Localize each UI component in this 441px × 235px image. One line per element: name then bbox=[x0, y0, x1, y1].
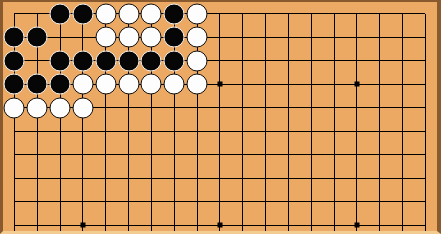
intersection-5-3[interactable]: ● bbox=[94, 49, 117, 73]
intersection-1-7[interactable] bbox=[3, 143, 26, 167]
black-stone: ● bbox=[50, 74, 71, 95]
intersection-18-4[interactable] bbox=[391, 73, 414, 97]
intersection-6-2[interactable]: ○ bbox=[117, 26, 140, 50]
intersection-7-7[interactable] bbox=[140, 143, 163, 167]
intersection-16-9[interactable] bbox=[345, 190, 368, 214]
intersection-7-1[interactable]: ○ bbox=[140, 2, 163, 26]
intersection-15-4[interactable] bbox=[323, 73, 346, 97]
intersection-9-9[interactable] bbox=[186, 190, 209, 214]
black-stone: ● bbox=[164, 3, 185, 24]
black-stone: ● bbox=[50, 50, 71, 71]
intersection-11-10[interactable] bbox=[231, 214, 254, 235]
intersection-5-8[interactable] bbox=[94, 167, 117, 191]
intersection-11-8[interactable] bbox=[231, 167, 254, 191]
intersection-9-8[interactable] bbox=[186, 167, 209, 191]
intersection-6-7[interactable] bbox=[117, 143, 140, 167]
intersection-13-1[interactable] bbox=[277, 2, 300, 26]
white-stone: ○ bbox=[187, 3, 208, 24]
intersection-13-8[interactable] bbox=[277, 167, 300, 191]
white-stone: ○ bbox=[50, 97, 71, 118]
intersection-11-1[interactable] bbox=[231, 2, 254, 26]
intersection-11-3[interactable] bbox=[231, 49, 254, 73]
white-stone: ○ bbox=[118, 3, 139, 24]
intersection-1-1[interactable] bbox=[3, 2, 26, 26]
intersection-17-10[interactable] bbox=[368, 214, 391, 235]
intersection-12-3[interactable] bbox=[254, 49, 277, 73]
intersection-3-10[interactable] bbox=[49, 214, 72, 235]
intersection-10-9[interactable] bbox=[208, 190, 231, 214]
intersection-19-1[interactable] bbox=[414, 2, 437, 26]
intersection-10-2[interactable] bbox=[208, 26, 231, 50]
intersection-8-8[interactable] bbox=[163, 167, 186, 191]
white-stone: ○ bbox=[141, 27, 162, 48]
white-stone: ○ bbox=[164, 74, 185, 95]
intersection-2-7[interactable] bbox=[26, 143, 49, 167]
intersection-2-8[interactable] bbox=[26, 167, 49, 191]
intersection-12-9[interactable] bbox=[254, 190, 277, 214]
intersection-3-5[interactable]: ○ bbox=[49, 96, 72, 120]
intersection-12-8[interactable] bbox=[254, 167, 277, 191]
intersection-14-9[interactable] bbox=[300, 190, 323, 214]
white-stone: ○ bbox=[95, 74, 116, 95]
intersection-17-6[interactable] bbox=[368, 120, 391, 144]
star-point bbox=[80, 223, 85, 228]
intersection-11-4[interactable] bbox=[231, 73, 254, 97]
intersection-18-9[interactable] bbox=[391, 190, 414, 214]
intersection-14-2[interactable] bbox=[300, 26, 323, 50]
intersection-8-6[interactable] bbox=[163, 120, 186, 144]
intersection-3-6[interactable] bbox=[49, 120, 72, 144]
black-stone: ● bbox=[50, 3, 71, 24]
intersection-6-3[interactable]: ● bbox=[117, 49, 140, 73]
intersection-12-5[interactable] bbox=[254, 96, 277, 120]
intersection-11-5[interactable] bbox=[231, 96, 254, 120]
intersection-11-7[interactable] bbox=[231, 143, 254, 167]
intersection-4-8[interactable] bbox=[71, 167, 94, 191]
intersection-17-4[interactable] bbox=[368, 73, 391, 97]
white-stone: ○ bbox=[27, 97, 48, 118]
intersection-4-10[interactable] bbox=[71, 214, 94, 235]
intersection-5-9[interactable] bbox=[94, 190, 117, 214]
intersection-8-10[interactable] bbox=[163, 214, 186, 235]
intersection-7-5[interactable] bbox=[140, 96, 163, 120]
intersection-16-5[interactable] bbox=[345, 96, 368, 120]
white-stone: ○ bbox=[95, 3, 116, 24]
intersection-5-10[interactable] bbox=[94, 214, 117, 235]
intersection-5-1[interactable]: ○ bbox=[94, 2, 117, 26]
intersection-13-5[interactable] bbox=[277, 96, 300, 120]
intersection-4-2[interactable] bbox=[71, 26, 94, 50]
intersection-19-9[interactable] bbox=[414, 190, 437, 214]
white-stone: ○ bbox=[118, 27, 139, 48]
intersection-2-6[interactable] bbox=[26, 120, 49, 144]
intersection-13-2[interactable] bbox=[277, 26, 300, 50]
intersection-8-2[interactable]: ● bbox=[163, 26, 186, 50]
intersection-4-3[interactable]: ● bbox=[71, 49, 94, 73]
intersection-10-1[interactable] bbox=[208, 2, 231, 26]
intersection-15-2[interactable] bbox=[323, 26, 346, 50]
black-stone: ● bbox=[4, 50, 25, 71]
intersection-7-2[interactable]: ○ bbox=[140, 26, 163, 50]
intersection-10-6[interactable] bbox=[208, 120, 231, 144]
intersection-10-7[interactable] bbox=[208, 143, 231, 167]
intersection-5-5[interactable] bbox=[94, 96, 117, 120]
black-stone: ● bbox=[72, 3, 93, 24]
intersection-10-10[interactable] bbox=[208, 214, 231, 235]
black-stone: ● bbox=[27, 27, 48, 48]
intersection-17-3[interactable] bbox=[368, 49, 391, 73]
intersection-1-5[interactable]: ○ bbox=[3, 96, 26, 120]
intersection-17-5[interactable] bbox=[368, 96, 391, 120]
intersection-13-3[interactable] bbox=[277, 49, 300, 73]
intersection-6-9[interactable] bbox=[117, 190, 140, 214]
intersection-9-1[interactable]: ○ bbox=[186, 2, 209, 26]
intersection-14-1[interactable] bbox=[300, 2, 323, 26]
intersection-17-2[interactable] bbox=[368, 26, 391, 50]
black-stone: ● bbox=[95, 50, 116, 71]
intersection-16-6[interactable] bbox=[345, 120, 368, 144]
intersection-9-5[interactable] bbox=[186, 96, 209, 120]
intersection-2-1[interactable] bbox=[26, 2, 49, 26]
intersection-6-5[interactable] bbox=[117, 96, 140, 120]
black-stone: ● bbox=[164, 27, 185, 48]
intersection-1-3[interactable]: ● bbox=[3, 49, 26, 73]
intersection-14-4[interactable] bbox=[300, 73, 323, 97]
intersection-7-4[interactable]: ○ bbox=[140, 73, 163, 97]
intersection-19-3[interactable] bbox=[414, 49, 437, 73]
intersection-18-7[interactable] bbox=[391, 143, 414, 167]
white-stone: ○ bbox=[187, 50, 208, 71]
intersection-14-8[interactable] bbox=[300, 167, 323, 191]
intersection-10-3[interactable] bbox=[208, 49, 231, 73]
intersection-2-9[interactable] bbox=[26, 190, 49, 214]
intersection-5-6[interactable] bbox=[94, 120, 117, 144]
black-stone: ● bbox=[4, 27, 25, 48]
intersection-10-8[interactable] bbox=[208, 167, 231, 191]
intersection-9-2[interactable]: ○ bbox=[186, 26, 209, 50]
intersection-5-2[interactable]: ○ bbox=[94, 26, 117, 50]
intersection-13-6[interactable] bbox=[277, 120, 300, 144]
intersection-2-5[interactable]: ○ bbox=[26, 96, 49, 120]
intersection-18-3[interactable] bbox=[391, 49, 414, 73]
intersection-12-4[interactable] bbox=[254, 73, 277, 97]
intersection-12-10[interactable] bbox=[254, 214, 277, 235]
intersection-8-1[interactable]: ● bbox=[163, 2, 186, 26]
intersection-4-6[interactable] bbox=[71, 120, 94, 144]
intersection-3-7[interactable] bbox=[49, 143, 72, 167]
intersection-19-4[interactable] bbox=[414, 73, 437, 97]
intersection-15-9[interactable] bbox=[323, 190, 346, 214]
intersection-19-7[interactable] bbox=[414, 143, 437, 167]
intersection-8-9[interactable] bbox=[163, 190, 186, 214]
intersection-11-9[interactable] bbox=[231, 190, 254, 214]
intersection-1-2[interactable]: ● bbox=[3, 26, 26, 50]
intersection-6-1[interactable]: ○ bbox=[117, 2, 140, 26]
intersection-16-7[interactable] bbox=[345, 143, 368, 167]
intersection-5-4[interactable]: ○ bbox=[94, 73, 117, 97]
intersection-2-10[interactable] bbox=[26, 214, 49, 235]
black-stone: ● bbox=[164, 50, 185, 71]
intersection-6-8[interactable] bbox=[117, 167, 140, 191]
white-stone: ○ bbox=[187, 27, 208, 48]
intersection-17-7[interactable] bbox=[368, 143, 391, 167]
intersection-9-7[interactable] bbox=[186, 143, 209, 167]
white-stone: ○ bbox=[118, 74, 139, 95]
black-stone: ● bbox=[27, 74, 48, 95]
intersection-7-9[interactable] bbox=[140, 190, 163, 214]
intersection-11-6[interactable] bbox=[231, 120, 254, 144]
intersection-12-7[interactable] bbox=[254, 143, 277, 167]
intersection-8-3[interactable]: ● bbox=[163, 49, 186, 73]
intersection-1-6[interactable] bbox=[3, 120, 26, 144]
intersection-9-3[interactable]: ○ bbox=[186, 49, 209, 73]
intersection-16-3[interactable] bbox=[345, 49, 368, 73]
black-stone: ● bbox=[4, 74, 25, 95]
intersection-13-10[interactable] bbox=[277, 214, 300, 235]
intersection-17-9[interactable] bbox=[368, 190, 391, 214]
intersection-12-2[interactable] bbox=[254, 26, 277, 50]
intersection-6-4[interactable]: ○ bbox=[117, 73, 140, 97]
black-stone: ● bbox=[72, 50, 93, 71]
intersection-4-7[interactable] bbox=[71, 143, 94, 167]
intersection-1-8[interactable] bbox=[3, 167, 26, 191]
intersection-14-7[interactable] bbox=[300, 143, 323, 167]
white-stone: ○ bbox=[72, 97, 93, 118]
intersection-9-4[interactable]: ○ bbox=[186, 73, 209, 97]
intersection-6-6[interactable] bbox=[117, 120, 140, 144]
intersection-15-7[interactable] bbox=[323, 143, 346, 167]
intersection-19-5[interactable] bbox=[414, 96, 437, 120]
intersection-3-8[interactable] bbox=[49, 167, 72, 191]
intersection-1-10[interactable] bbox=[3, 214, 26, 235]
star-point bbox=[217, 223, 222, 228]
intersection-2-4[interactable]: ● bbox=[26, 73, 49, 97]
intersection-11-2[interactable] bbox=[231, 26, 254, 50]
intersection-15-1[interactable] bbox=[323, 2, 346, 26]
intersection-2-2[interactable]: ● bbox=[26, 26, 49, 50]
intersection-13-7[interactable] bbox=[277, 143, 300, 167]
intersection-4-5[interactable]: ○ bbox=[71, 96, 94, 120]
intersection-7-3[interactable]: ● bbox=[140, 49, 163, 73]
intersection-1-4[interactable]: ● bbox=[3, 73, 26, 97]
intersection-10-4[interactable] bbox=[208, 73, 231, 97]
intersection-14-6[interactable] bbox=[300, 120, 323, 144]
white-stone: ○ bbox=[187, 74, 208, 95]
intersection-2-3[interactable] bbox=[26, 49, 49, 73]
intersection-8-5[interactable] bbox=[163, 96, 186, 120]
intersection-12-6[interactable] bbox=[254, 120, 277, 144]
intersection-13-4[interactable] bbox=[277, 73, 300, 97]
intersection-7-6[interactable] bbox=[140, 120, 163, 144]
intersection-9-10[interactable] bbox=[186, 214, 209, 235]
intersection-3-3[interactable]: ● bbox=[49, 49, 72, 73]
intersection-13-9[interactable] bbox=[277, 190, 300, 214]
intersection-3-1[interactable]: ● bbox=[49, 2, 72, 26]
intersection-18-8[interactable] bbox=[391, 167, 414, 191]
intersection-1-9[interactable] bbox=[3, 190, 26, 214]
intersection-4-4[interactable]: ○ bbox=[71, 73, 94, 97]
white-stone: ○ bbox=[141, 3, 162, 24]
intersection-19-8[interactable] bbox=[414, 167, 437, 191]
intersection-14-5[interactable] bbox=[300, 96, 323, 120]
intersection-19-2[interactable] bbox=[414, 26, 437, 50]
intersection-9-6[interactable] bbox=[186, 120, 209, 144]
intersection-12-1[interactable] bbox=[254, 2, 277, 26]
intersection-3-9[interactable] bbox=[49, 190, 72, 214]
intersection-15-10[interactable] bbox=[323, 214, 346, 235]
intersection-3-4[interactable]: ● bbox=[49, 73, 72, 97]
black-stone: ● bbox=[118, 50, 139, 71]
white-stone: ○ bbox=[72, 74, 93, 95]
intersection-18-5[interactable] bbox=[391, 96, 414, 120]
intersection-18-2[interactable] bbox=[391, 26, 414, 50]
intersection-19-6[interactable] bbox=[414, 120, 437, 144]
white-stone: ○ bbox=[4, 97, 25, 118]
intersection-16-8[interactable] bbox=[345, 167, 368, 191]
intersection-4-9[interactable] bbox=[71, 190, 94, 214]
black-stone: ● bbox=[141, 50, 162, 71]
white-stone: ○ bbox=[95, 27, 116, 48]
intersection-17-1[interactable] bbox=[368, 2, 391, 26]
intersection-16-10[interactable] bbox=[345, 214, 368, 235]
intersection-7-10[interactable] bbox=[140, 214, 163, 235]
intersection-8-4[interactable]: ○ bbox=[163, 73, 186, 97]
intersection-7-8[interactable] bbox=[140, 167, 163, 191]
intersection-16-1[interactable] bbox=[345, 2, 368, 26]
intersection-18-6[interactable] bbox=[391, 120, 414, 144]
intersection-18-10[interactable] bbox=[391, 214, 414, 235]
intersection-5-7[interactable] bbox=[94, 143, 117, 167]
intersection-18-1[interactable] bbox=[391, 2, 414, 26]
go-board: ●●○○○●○●●○○○●○●●●●●●●○●●●○○○○○○○○○○ bbox=[0, 0, 441, 234]
intersection-3-2[interactable] bbox=[49, 26, 72, 50]
intersection-15-3[interactable] bbox=[323, 49, 346, 73]
intersection-16-4[interactable] bbox=[345, 73, 368, 97]
star-point bbox=[354, 82, 359, 87]
intersection-4-1[interactable]: ● bbox=[71, 2, 94, 26]
intersection-8-7[interactable] bbox=[163, 143, 186, 167]
intersection-19-10[interactable] bbox=[414, 214, 437, 235]
white-stone: ○ bbox=[141, 74, 162, 95]
intersection-14-10[interactable] bbox=[300, 214, 323, 235]
intersection-6-10[interactable] bbox=[117, 214, 140, 235]
intersection-14-3[interactable] bbox=[300, 49, 323, 73]
star-point bbox=[354, 223, 359, 228]
intersection-10-5[interactable] bbox=[208, 96, 231, 120]
intersection-16-2[interactable] bbox=[345, 26, 368, 50]
intersection-17-8[interactable] bbox=[368, 167, 391, 191]
intersection-15-5[interactable] bbox=[323, 96, 346, 120]
intersection-15-8[interactable] bbox=[323, 167, 346, 191]
intersection-15-6[interactable] bbox=[323, 120, 346, 144]
star-point bbox=[217, 82, 222, 87]
